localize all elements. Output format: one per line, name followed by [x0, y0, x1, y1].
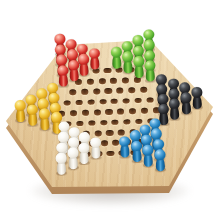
peg-head [180, 92, 191, 103]
peg-head [149, 118, 160, 129]
peg-head [54, 34, 65, 45]
peg-yellow[interactable] [14, 100, 27, 122]
peg-head [78, 142, 89, 153]
peg-head [139, 124, 150, 135]
board-field [0, 0, 220, 220]
peg-head [144, 50, 155, 61]
peg-white[interactable] [66, 147, 79, 169]
peg-head [78, 54, 89, 65]
peg-head [68, 60, 79, 71]
product-photo-scene [0, 0, 220, 220]
peg-black[interactable] [168, 98, 181, 120]
peg-head [143, 145, 154, 156]
peg-head [55, 44, 66, 55]
peg-head [191, 87, 202, 98]
peg-head [129, 130, 140, 141]
peg-head [15, 100, 26, 111]
peg-head [158, 104, 169, 115]
peg-yellow[interactable] [26, 104, 39, 126]
peg-head [119, 136, 130, 147]
pegs-layer [0, 0, 220, 220]
peg-head [131, 140, 142, 151]
peg-white[interactable] [89, 137, 102, 159]
peg-blue[interactable] [118, 136, 131, 158]
peg-black[interactable] [191, 87, 204, 109]
peg-black[interactable] [180, 92, 193, 114]
peg-head [39, 108, 50, 119]
peg-head [27, 104, 38, 115]
peg-white[interactable] [55, 153, 68, 175]
peg-white[interactable] [78, 142, 91, 164]
peg-yellow[interactable] [38, 108, 51, 130]
peg-head [144, 29, 155, 40]
peg-head [55, 153, 66, 164]
peg-head [154, 149, 165, 160]
peg-blue[interactable] [130, 140, 143, 162]
peg-blue[interactable] [154, 149, 167, 171]
peg-head [67, 49, 78, 60]
peg-head [57, 65, 68, 76]
peg-head [65, 39, 76, 50]
peg-head [67, 147, 78, 158]
peg-head [169, 98, 180, 109]
peg-head [90, 137, 101, 148]
peg-head [77, 43, 88, 54]
peg-head [144, 39, 155, 50]
peg-head [56, 55, 67, 66]
peg-head [151, 129, 162, 140]
peg-blue[interactable] [142, 145, 155, 167]
peg-head [141, 134, 152, 145]
peg-head [144, 60, 155, 71]
